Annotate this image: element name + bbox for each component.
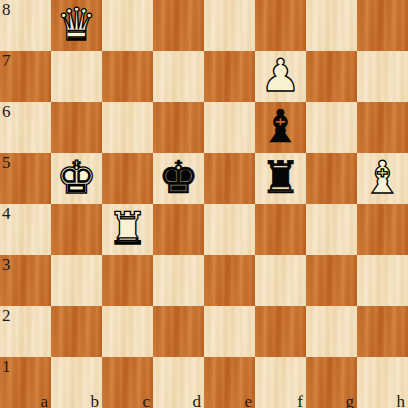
square-e4[interactable] (204, 204, 255, 255)
piece-white-king-b5[interactable]: ♚ (56, 152, 96, 203)
square-g8[interactable] (306, 0, 357, 51)
square-d1[interactable]: d (153, 357, 204, 408)
piece-black-rook-f5[interactable]: ♜ (260, 152, 300, 203)
square-g6[interactable] (306, 102, 357, 153)
square-h1[interactable]: h (357, 357, 408, 408)
square-h3[interactable] (357, 255, 408, 306)
square-g1[interactable]: g (306, 357, 357, 408)
chess-board: 8♛7♟6♝5♚♚♜♝4♜321abcdefgh (0, 0, 408, 408)
square-a3[interactable]: 3 (0, 255, 51, 306)
square-f6[interactable]: ♝ (255, 102, 306, 153)
square-d4[interactable] (153, 204, 204, 255)
file-label-a: a (40, 393, 48, 408)
square-b3[interactable] (51, 255, 102, 306)
square-a6[interactable]: 6 (0, 102, 51, 153)
square-f5[interactable]: ♜ (255, 153, 306, 204)
file-label-h: h (397, 393, 406, 408)
file-label-e: e (244, 393, 252, 408)
square-e1[interactable]: e (204, 357, 255, 408)
square-f8[interactable] (255, 0, 306, 51)
square-e3[interactable] (204, 255, 255, 306)
square-h4[interactable] (357, 204, 408, 255)
square-e6[interactable] (204, 102, 255, 153)
square-c5[interactable] (102, 153, 153, 204)
square-a5[interactable]: 5 (0, 153, 51, 204)
square-b1[interactable]: b (51, 357, 102, 408)
square-a2[interactable]: 2 (0, 306, 51, 357)
rank-label-3: 3 (2, 256, 11, 273)
square-g2[interactable] (306, 306, 357, 357)
rank-label-8: 8 (2, 1, 11, 18)
square-a8[interactable]: 8 (0, 0, 51, 51)
square-a4[interactable]: 4 (0, 204, 51, 255)
square-d7[interactable] (153, 51, 204, 102)
square-b5[interactable]: ♚ (51, 153, 102, 204)
square-g3[interactable] (306, 255, 357, 306)
square-h5[interactable]: ♝ (357, 153, 408, 204)
square-d8[interactable] (153, 0, 204, 51)
piece-white-bishop-h5[interactable]: ♝ (362, 152, 402, 203)
square-e8[interactable] (204, 0, 255, 51)
file-label-b: b (91, 393, 100, 408)
square-b2[interactable] (51, 306, 102, 357)
square-d5[interactable]: ♚ (153, 153, 204, 204)
rank-label-2: 2 (2, 307, 11, 324)
square-c4[interactable]: ♜ (102, 204, 153, 255)
rank-label-4: 4 (2, 205, 11, 222)
file-label-c: c (142, 393, 150, 408)
square-e7[interactable] (204, 51, 255, 102)
square-e2[interactable] (204, 306, 255, 357)
square-g4[interactable] (306, 204, 357, 255)
piece-black-bishop-f6[interactable]: ♝ (260, 101, 300, 152)
rank-label-1: 1 (2, 358, 11, 375)
square-d6[interactable] (153, 102, 204, 153)
square-h7[interactable] (357, 51, 408, 102)
square-f3[interactable] (255, 255, 306, 306)
square-c1[interactable]: c (102, 357, 153, 408)
file-label-d: d (193, 393, 202, 408)
square-b4[interactable] (51, 204, 102, 255)
square-c7[interactable] (102, 51, 153, 102)
square-c2[interactable] (102, 306, 153, 357)
square-g5[interactable] (306, 153, 357, 204)
rank-label-7: 7 (2, 52, 11, 69)
square-e5[interactable] (204, 153, 255, 204)
square-c8[interactable] (102, 0, 153, 51)
square-a7[interactable]: 7 (0, 51, 51, 102)
square-b6[interactable] (51, 102, 102, 153)
piece-white-queen-b8[interactable]: ♛ (56, 0, 96, 50)
file-label-g: g (346, 393, 355, 408)
square-f2[interactable] (255, 306, 306, 357)
square-h6[interactable] (357, 102, 408, 153)
square-b8[interactable]: ♛ (51, 0, 102, 51)
square-f1[interactable]: f (255, 357, 306, 408)
square-b7[interactable] (51, 51, 102, 102)
square-g7[interactable] (306, 51, 357, 102)
square-h8[interactable] (357, 0, 408, 51)
square-a1[interactable]: 1a (0, 357, 51, 408)
file-label-f: f (297, 393, 303, 408)
square-c3[interactable] (102, 255, 153, 306)
piece-black-king-d5[interactable]: ♚ (158, 152, 198, 203)
square-f7[interactable]: ♟ (255, 51, 306, 102)
piece-white-rook-c4[interactable]: ♜ (107, 203, 147, 254)
square-d3[interactable] (153, 255, 204, 306)
square-c6[interactable] (102, 102, 153, 153)
rank-label-6: 6 (2, 103, 11, 120)
square-h2[interactable] (357, 306, 408, 357)
piece-white-pawn-f7[interactable]: ♟ (260, 50, 300, 101)
rank-label-5: 5 (2, 154, 11, 171)
square-d2[interactable] (153, 306, 204, 357)
square-f4[interactable] (255, 204, 306, 255)
